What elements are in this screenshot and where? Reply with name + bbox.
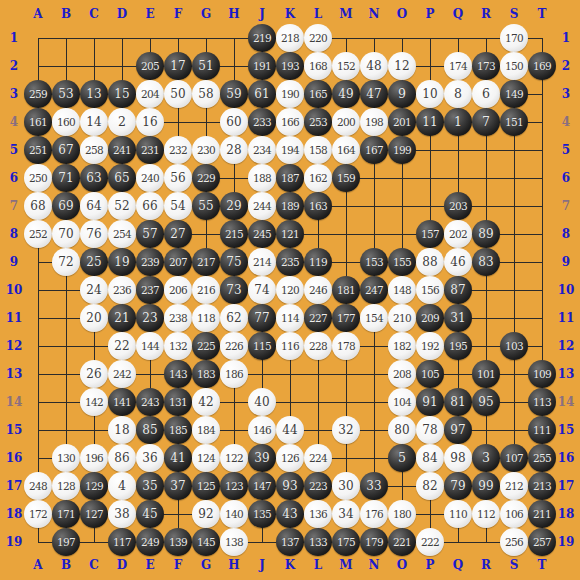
intersection[interactable]: 35 xyxy=(136,472,164,500)
intersection[interactable]: 104 xyxy=(388,388,416,416)
intersection[interactable]: 178 xyxy=(332,332,360,360)
intersection[interactable]: 255 xyxy=(528,444,556,472)
intersection[interactable] xyxy=(52,388,80,416)
intersection[interactable]: 218 xyxy=(276,24,304,52)
intersection[interactable]: 177 xyxy=(332,304,360,332)
intersection[interactable]: 122 xyxy=(220,444,248,472)
intersection[interactable]: 244 xyxy=(248,192,276,220)
intersection[interactable]: 74 xyxy=(248,276,276,304)
intersection[interactable]: 63 xyxy=(80,164,108,192)
intersection[interactable] xyxy=(416,192,444,220)
intersection[interactable]: 12 xyxy=(388,52,416,80)
intersection[interactable] xyxy=(332,360,360,388)
intersection[interactable]: 167 xyxy=(360,136,388,164)
intersection[interactable] xyxy=(528,164,556,192)
intersection[interactable]: 147 xyxy=(248,472,276,500)
intersection[interactable]: 75 xyxy=(220,248,248,276)
intersection[interactable] xyxy=(332,248,360,276)
intersection[interactable]: 55 xyxy=(192,192,220,220)
intersection[interactable]: 232 xyxy=(164,136,192,164)
intersection[interactable]: 129 xyxy=(80,472,108,500)
intersection[interactable]: 54 xyxy=(164,192,192,220)
intersection[interactable]: 72 xyxy=(52,248,80,276)
intersection[interactable]: 144 xyxy=(136,332,164,360)
intersection[interactable]: 81 xyxy=(444,388,472,416)
intersection[interactable] xyxy=(500,360,528,388)
intersection[interactable] xyxy=(192,108,220,136)
intersection[interactable] xyxy=(80,416,108,444)
intersection[interactable] xyxy=(360,416,388,444)
intersection[interactable]: 30 xyxy=(332,472,360,500)
intersection[interactable]: 161 xyxy=(24,108,52,136)
intersection[interactable]: 233 xyxy=(248,108,276,136)
intersection[interactable]: 190 xyxy=(276,80,304,108)
intersection[interactable]: 242 xyxy=(108,360,136,388)
intersection[interactable]: 166 xyxy=(276,108,304,136)
intersection[interactable] xyxy=(304,416,332,444)
intersection[interactable]: 115 xyxy=(248,332,276,360)
intersection[interactable]: 93 xyxy=(276,472,304,500)
intersection[interactable] xyxy=(388,24,416,52)
intersection[interactable]: 84 xyxy=(416,444,444,472)
intersection[interactable]: 179 xyxy=(360,528,388,556)
intersection[interactable]: 138 xyxy=(220,528,248,556)
intersection[interactable] xyxy=(360,444,388,472)
intersection[interactable]: 71 xyxy=(52,164,80,192)
intersection[interactable] xyxy=(500,220,528,248)
intersection[interactable] xyxy=(24,276,52,304)
intersection[interactable] xyxy=(528,192,556,220)
intersection[interactable] xyxy=(80,24,108,52)
intersection[interactable]: 42 xyxy=(192,388,220,416)
intersection[interactable]: 57 xyxy=(136,220,164,248)
intersection[interactable]: 64 xyxy=(80,192,108,220)
intersection[interactable]: 128 xyxy=(52,472,80,500)
intersection[interactable]: 159 xyxy=(332,164,360,192)
intersection[interactable] xyxy=(416,164,444,192)
intersection[interactable]: 191 xyxy=(248,52,276,80)
intersection[interactable]: 257 xyxy=(528,528,556,556)
intersection[interactable]: 213 xyxy=(528,472,556,500)
intersection[interactable]: 163 xyxy=(304,192,332,220)
intersection[interactable]: 87 xyxy=(444,276,472,304)
intersection[interactable]: 1 xyxy=(444,108,472,136)
intersection[interactable] xyxy=(388,164,416,192)
intersection[interactable]: 76 xyxy=(80,220,108,248)
intersection[interactable]: 248 xyxy=(24,472,52,500)
intersection[interactable]: 79 xyxy=(444,472,472,500)
intersection[interactable]: 210 xyxy=(388,304,416,332)
intersection[interactable] xyxy=(528,108,556,136)
intersection[interactable]: 195 xyxy=(444,332,472,360)
intersection[interactable] xyxy=(24,304,52,332)
intersection[interactable] xyxy=(360,360,388,388)
intersection[interactable] xyxy=(24,360,52,388)
intersection[interactable] xyxy=(52,332,80,360)
intersection[interactable]: 86 xyxy=(108,444,136,472)
intersection[interactable]: 204 xyxy=(136,80,164,108)
intersection[interactable]: 5 xyxy=(388,444,416,472)
intersection[interactable]: 146 xyxy=(248,416,276,444)
intersection[interactable] xyxy=(500,416,528,444)
intersection[interactable]: 80 xyxy=(388,416,416,444)
intersection[interactable]: 223 xyxy=(304,472,332,500)
intersection[interactable]: 24 xyxy=(80,276,108,304)
intersection[interactable]: 52 xyxy=(108,192,136,220)
intersection[interactable]: 234 xyxy=(248,136,276,164)
intersection[interactable] xyxy=(164,500,192,528)
intersection[interactable]: 152 xyxy=(332,52,360,80)
intersection[interactable]: 238 xyxy=(164,304,192,332)
intersection[interactable]: 221 xyxy=(388,528,416,556)
intersection[interactable]: 83 xyxy=(472,248,500,276)
intersection[interactable]: 235 xyxy=(276,248,304,276)
intersection[interactable] xyxy=(444,528,472,556)
intersection[interactable]: 236 xyxy=(108,276,136,304)
intersection[interactable]: 169 xyxy=(528,52,556,80)
intersection[interactable] xyxy=(472,136,500,164)
intersection[interactable] xyxy=(24,52,52,80)
intersection[interactable]: 197 xyxy=(52,528,80,556)
intersection[interactable]: 153 xyxy=(360,248,388,276)
intersection[interactable] xyxy=(528,276,556,304)
intersection[interactable]: 44 xyxy=(276,416,304,444)
intersection[interactable]: 111 xyxy=(528,416,556,444)
intersection[interactable]: 225 xyxy=(192,332,220,360)
intersection[interactable]: 56 xyxy=(164,164,192,192)
intersection[interactable] xyxy=(472,332,500,360)
intersection[interactable]: 105 xyxy=(416,360,444,388)
intersection[interactable]: 27 xyxy=(164,220,192,248)
intersection[interactable]: 116 xyxy=(276,332,304,360)
intersection[interactable]: 158 xyxy=(304,136,332,164)
intersection[interactable]: 13 xyxy=(80,80,108,108)
intersection[interactable] xyxy=(24,332,52,360)
intersection[interactable]: 118 xyxy=(192,304,220,332)
intersection[interactable]: 98 xyxy=(444,444,472,472)
intersection[interactable]: 199 xyxy=(388,136,416,164)
intersection[interactable]: 258 xyxy=(80,136,108,164)
intersection[interactable]: 127 xyxy=(80,500,108,528)
intersection[interactable]: 33 xyxy=(360,472,388,500)
intersection[interactable]: 239 xyxy=(136,248,164,276)
intersection[interactable]: 208 xyxy=(388,360,416,388)
intersection[interactable] xyxy=(360,24,388,52)
intersection[interactable] xyxy=(304,360,332,388)
intersection[interactable]: 220 xyxy=(304,24,332,52)
intersection[interactable] xyxy=(276,360,304,388)
intersection[interactable] xyxy=(248,528,276,556)
intersection[interactable]: 89 xyxy=(472,220,500,248)
intersection[interactable] xyxy=(444,360,472,388)
intersection[interactable]: 68 xyxy=(24,192,52,220)
intersection[interactable]: 150 xyxy=(500,52,528,80)
intersection[interactable]: 180 xyxy=(388,500,416,528)
intersection[interactable]: 192 xyxy=(416,332,444,360)
intersection[interactable]: 77 xyxy=(248,304,276,332)
intersection[interactable] xyxy=(472,276,500,304)
intersection[interactable]: 9 xyxy=(388,80,416,108)
intersection[interactable] xyxy=(528,248,556,276)
intersection[interactable] xyxy=(528,136,556,164)
intersection[interactable] xyxy=(304,388,332,416)
intersection[interactable]: 25 xyxy=(80,248,108,276)
intersection[interactable]: 245 xyxy=(248,220,276,248)
intersection[interactable]: 120 xyxy=(276,276,304,304)
intersection[interactable]: 251 xyxy=(24,136,52,164)
intersection[interactable]: 228 xyxy=(304,332,332,360)
intersection[interactable] xyxy=(52,416,80,444)
intersection[interactable] xyxy=(500,388,528,416)
intersection[interactable] xyxy=(80,52,108,80)
intersection[interactable]: 39 xyxy=(248,444,276,472)
intersection[interactable]: 16 xyxy=(136,108,164,136)
intersection[interactable] xyxy=(500,136,528,164)
intersection[interactable] xyxy=(528,24,556,52)
intersection[interactable] xyxy=(80,528,108,556)
intersection[interactable]: 176 xyxy=(360,500,388,528)
intersection[interactable]: 126 xyxy=(276,444,304,472)
intersection[interactable]: 237 xyxy=(136,276,164,304)
intersection[interactable]: 157 xyxy=(416,220,444,248)
intersection[interactable] xyxy=(332,192,360,220)
intersection[interactable]: 58 xyxy=(192,80,220,108)
intersection[interactable] xyxy=(164,24,192,52)
intersection[interactable]: 154 xyxy=(360,304,388,332)
intersection[interactable]: 171 xyxy=(52,500,80,528)
intersection[interactable] xyxy=(388,220,416,248)
intersection[interactable] xyxy=(472,416,500,444)
intersection[interactable]: 231 xyxy=(136,136,164,164)
intersection[interactable]: 110 xyxy=(444,500,472,528)
intersection[interactable]: 48 xyxy=(360,52,388,80)
intersection[interactable]: 206 xyxy=(164,276,192,304)
intersection[interactable]: 50 xyxy=(164,80,192,108)
intersection[interactable]: 170 xyxy=(500,24,528,52)
intersection[interactable]: 246 xyxy=(304,276,332,304)
intersection[interactable] xyxy=(192,24,220,52)
intersection[interactable]: 222 xyxy=(416,528,444,556)
intersection[interactable]: 99 xyxy=(472,472,500,500)
intersection[interactable]: 31 xyxy=(444,304,472,332)
intersection[interactable]: 216 xyxy=(192,276,220,304)
intersection[interactable]: 28 xyxy=(220,136,248,164)
intersection[interactable] xyxy=(24,24,52,52)
intersection[interactable]: 183 xyxy=(192,360,220,388)
intersection[interactable] xyxy=(472,528,500,556)
intersection[interactable]: 140 xyxy=(220,500,248,528)
intersection[interactable] xyxy=(80,332,108,360)
intersection[interactable]: 97 xyxy=(444,416,472,444)
intersection[interactable]: 217 xyxy=(192,248,220,276)
intersection[interactable]: 49 xyxy=(332,80,360,108)
intersection[interactable] xyxy=(332,24,360,52)
intersection[interactable]: 85 xyxy=(136,416,164,444)
intersection[interactable] xyxy=(500,248,528,276)
intersection[interactable]: 34 xyxy=(332,500,360,528)
intersection[interactable]: 121 xyxy=(276,220,304,248)
intersection[interactable] xyxy=(304,220,332,248)
intersection[interactable]: 113 xyxy=(528,388,556,416)
intersection[interactable]: 165 xyxy=(304,80,332,108)
intersection[interactable] xyxy=(220,164,248,192)
intersection[interactable] xyxy=(24,444,52,472)
intersection[interactable]: 18 xyxy=(108,416,136,444)
intersection[interactable] xyxy=(528,220,556,248)
intersection[interactable]: 88 xyxy=(416,248,444,276)
intersection[interactable]: 26 xyxy=(80,360,108,388)
intersection[interactable]: 254 xyxy=(108,220,136,248)
intersection[interactable] xyxy=(360,388,388,416)
intersection[interactable]: 78 xyxy=(416,416,444,444)
intersection[interactable]: 207 xyxy=(164,248,192,276)
intersection[interactable] xyxy=(360,332,388,360)
intersection[interactable]: 82 xyxy=(416,472,444,500)
intersection[interactable]: 182 xyxy=(388,332,416,360)
intersection[interactable]: 62 xyxy=(220,304,248,332)
intersection[interactable]: 194 xyxy=(276,136,304,164)
intersection[interactable]: 59 xyxy=(220,80,248,108)
intersection[interactable]: 226 xyxy=(220,332,248,360)
intersection[interactable]: 17 xyxy=(164,52,192,80)
intersection[interactable] xyxy=(24,248,52,276)
intersection[interactable] xyxy=(360,220,388,248)
intersection[interactable] xyxy=(220,24,248,52)
intersection[interactable]: 19 xyxy=(108,248,136,276)
intersection[interactable]: 253 xyxy=(304,108,332,136)
intersection[interactable] xyxy=(472,24,500,52)
intersection[interactable]: 21 xyxy=(108,304,136,332)
intersection[interactable]: 256 xyxy=(500,528,528,556)
intersection[interactable] xyxy=(136,360,164,388)
intersection[interactable]: 205 xyxy=(136,52,164,80)
intersection[interactable]: 240 xyxy=(136,164,164,192)
intersection[interactable]: 252 xyxy=(24,220,52,248)
intersection[interactable]: 229 xyxy=(192,164,220,192)
intersection[interactable]: 181 xyxy=(332,276,360,304)
intersection[interactable]: 174 xyxy=(444,52,472,80)
intersection[interactable] xyxy=(500,276,528,304)
intersection[interactable]: 47 xyxy=(360,80,388,108)
intersection[interactable]: 60 xyxy=(220,108,248,136)
intersection[interactable]: 20 xyxy=(80,304,108,332)
intersection[interactable]: 156 xyxy=(416,276,444,304)
intersection[interactable]: 6 xyxy=(472,80,500,108)
intersection[interactable]: 53 xyxy=(52,80,80,108)
intersection[interactable]: 67 xyxy=(52,136,80,164)
intersection[interactable]: 149 xyxy=(500,80,528,108)
intersection[interactable]: 10 xyxy=(416,80,444,108)
intersection[interactable] xyxy=(444,136,472,164)
intersection[interactable] xyxy=(136,24,164,52)
intersection[interactable]: 37 xyxy=(164,472,192,500)
intersection[interactable] xyxy=(108,52,136,80)
intersection[interactable] xyxy=(388,472,416,500)
intersection[interactable]: 247 xyxy=(360,276,388,304)
intersection[interactable] xyxy=(416,52,444,80)
intersection[interactable] xyxy=(332,220,360,248)
intersection[interactable] xyxy=(24,416,52,444)
intersection[interactable]: 23 xyxy=(136,304,164,332)
intersection[interactable]: 73 xyxy=(220,276,248,304)
intersection[interactable]: 2 xyxy=(108,108,136,136)
intersection[interactable]: 29 xyxy=(220,192,248,220)
intersection[interactable]: 230 xyxy=(192,136,220,164)
intersection[interactable]: 101 xyxy=(472,360,500,388)
intersection[interactable]: 106 xyxy=(500,500,528,528)
intersection[interactable]: 172 xyxy=(24,500,52,528)
intersection[interactable]: 151 xyxy=(500,108,528,136)
intersection[interactable]: 143 xyxy=(164,360,192,388)
intersection[interactable]: 175 xyxy=(332,528,360,556)
intersection[interactable]: 119 xyxy=(304,248,332,276)
intersection[interactable]: 131 xyxy=(164,388,192,416)
intersection[interactable]: 135 xyxy=(248,500,276,528)
intersection[interactable]: 92 xyxy=(192,500,220,528)
intersection[interactable]: 249 xyxy=(136,528,164,556)
intersection[interactable]: 38 xyxy=(108,500,136,528)
intersection[interactable]: 202 xyxy=(444,220,472,248)
intersection[interactable] xyxy=(108,24,136,52)
intersection[interactable]: 61 xyxy=(248,80,276,108)
intersection[interactable]: 43 xyxy=(276,500,304,528)
intersection[interactable] xyxy=(416,500,444,528)
intersection[interactable]: 164 xyxy=(332,136,360,164)
intersection[interactable]: 91 xyxy=(416,388,444,416)
intersection[interactable]: 162 xyxy=(304,164,332,192)
intersection[interactable] xyxy=(52,52,80,80)
intersection[interactable]: 133 xyxy=(304,528,332,556)
intersection[interactable]: 22 xyxy=(108,332,136,360)
intersection[interactable]: 196 xyxy=(80,444,108,472)
intersection[interactable] xyxy=(388,192,416,220)
intersection[interactable]: 188 xyxy=(248,164,276,192)
intersection[interactable] xyxy=(276,388,304,416)
intersection[interactable]: 224 xyxy=(304,444,332,472)
intersection[interactable]: 212 xyxy=(500,472,528,500)
intersection[interactable] xyxy=(444,24,472,52)
intersection[interactable]: 40 xyxy=(248,388,276,416)
intersection[interactable]: 130 xyxy=(52,444,80,472)
intersection[interactable]: 65 xyxy=(108,164,136,192)
intersection[interactable]: 45 xyxy=(136,500,164,528)
intersection[interactable]: 46 xyxy=(444,248,472,276)
intersection[interactable]: 148 xyxy=(388,276,416,304)
intersection[interactable]: 132 xyxy=(164,332,192,360)
intersection[interactable] xyxy=(52,304,80,332)
intersection[interactable]: 219 xyxy=(248,24,276,52)
intersection[interactable]: 125 xyxy=(192,472,220,500)
intersection[interactable]: 51 xyxy=(192,52,220,80)
intersection[interactable] xyxy=(52,360,80,388)
intersection[interactable]: 142 xyxy=(80,388,108,416)
intersection[interactable]: 250 xyxy=(24,164,52,192)
intersection[interactable] xyxy=(472,164,500,192)
intersection[interactable]: 145 xyxy=(192,528,220,556)
intersection[interactable]: 259 xyxy=(24,80,52,108)
intersection[interactable]: 187 xyxy=(276,164,304,192)
intersection[interactable]: 124 xyxy=(192,444,220,472)
intersection[interactable]: 117 xyxy=(108,528,136,556)
intersection[interactable] xyxy=(360,164,388,192)
intersection[interactable]: 173 xyxy=(472,52,500,80)
intersection[interactable] xyxy=(52,24,80,52)
intersection[interactable] xyxy=(528,80,556,108)
intersection[interactable] xyxy=(332,388,360,416)
intersection[interactable]: 4 xyxy=(108,472,136,500)
intersection[interactable]: 193 xyxy=(276,52,304,80)
intersection[interactable]: 7 xyxy=(472,108,500,136)
